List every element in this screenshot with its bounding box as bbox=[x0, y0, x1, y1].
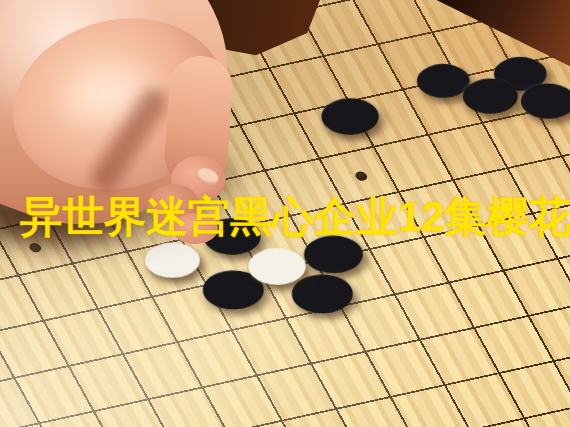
black-stone[interactable]: ● bbox=[515, 73, 570, 121]
black-stone[interactable]: ● bbox=[457, 68, 524, 116]
black-stone[interactable]: ● bbox=[315, 88, 384, 138]
white-stone[interactable]: ● bbox=[242, 238, 311, 288]
go-photo-scene: ●●●●●●●●●●● 异世界迷宫黑心企业12集樱花动 bbox=[0, 0, 570, 427]
video-title-overlay: 异世界迷宫黑心企业12集樱花动 bbox=[20, 189, 570, 245]
